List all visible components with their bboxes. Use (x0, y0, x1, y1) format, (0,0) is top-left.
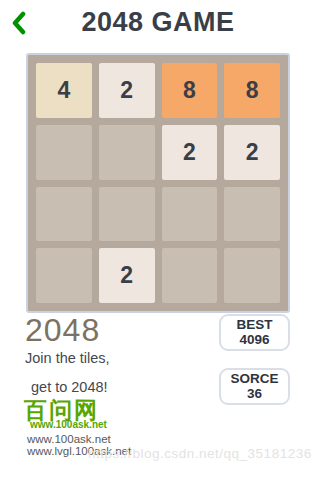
tile-r2c4: 2 (224, 125, 280, 180)
tile-r4c1 (36, 248, 92, 303)
tile-r1c3: 8 (162, 63, 218, 118)
best-value: 4096 (221, 332, 288, 347)
tile-r1c1: 4 (36, 63, 92, 118)
tile-r1c4: 8 (224, 63, 280, 118)
tile-r3c3 (162, 187, 218, 242)
tile-r4c4 (224, 248, 280, 303)
tile-r4c3 (162, 248, 218, 303)
header: 2048 GAME (0, 0, 316, 48)
score-label: SORCE (221, 371, 288, 386)
tagline-line2: get to 2048! (25, 379, 108, 395)
current-score-box: SORCE 36 (219, 368, 290, 405)
tile-r4c2: 2 (99, 248, 155, 303)
page-title: 2048 GAME (0, 7, 316, 38)
tile-r3c2 (99, 187, 155, 242)
csdn-watermark: https://blog.csdn.net/qq_35181236 (88, 446, 312, 461)
best-score-box: BEST 4096 (219, 314, 290, 351)
score-value: 36 (221, 386, 288, 401)
tagline-line1: Join the tiles, (25, 350, 110, 366)
tagline: Join the tiles, get to 2048! (25, 351, 110, 395)
brand-logo-url: www.100ask.net (30, 419, 107, 430)
tile-r2c3: 2 (162, 125, 218, 180)
tile-r2c2 (99, 125, 155, 180)
tile-r3c4 (224, 187, 280, 242)
best-label: BEST (221, 317, 288, 332)
tile-r2c1 (36, 125, 92, 180)
game-board[interactable]: 4288222 (26, 53, 290, 313)
tile-r3c1 (36, 187, 92, 242)
tile-r1c2: 2 (99, 63, 155, 118)
game-logo-title: 2048 (25, 312, 100, 349)
footer-url-1: www.100ask.net (27, 433, 111, 445)
